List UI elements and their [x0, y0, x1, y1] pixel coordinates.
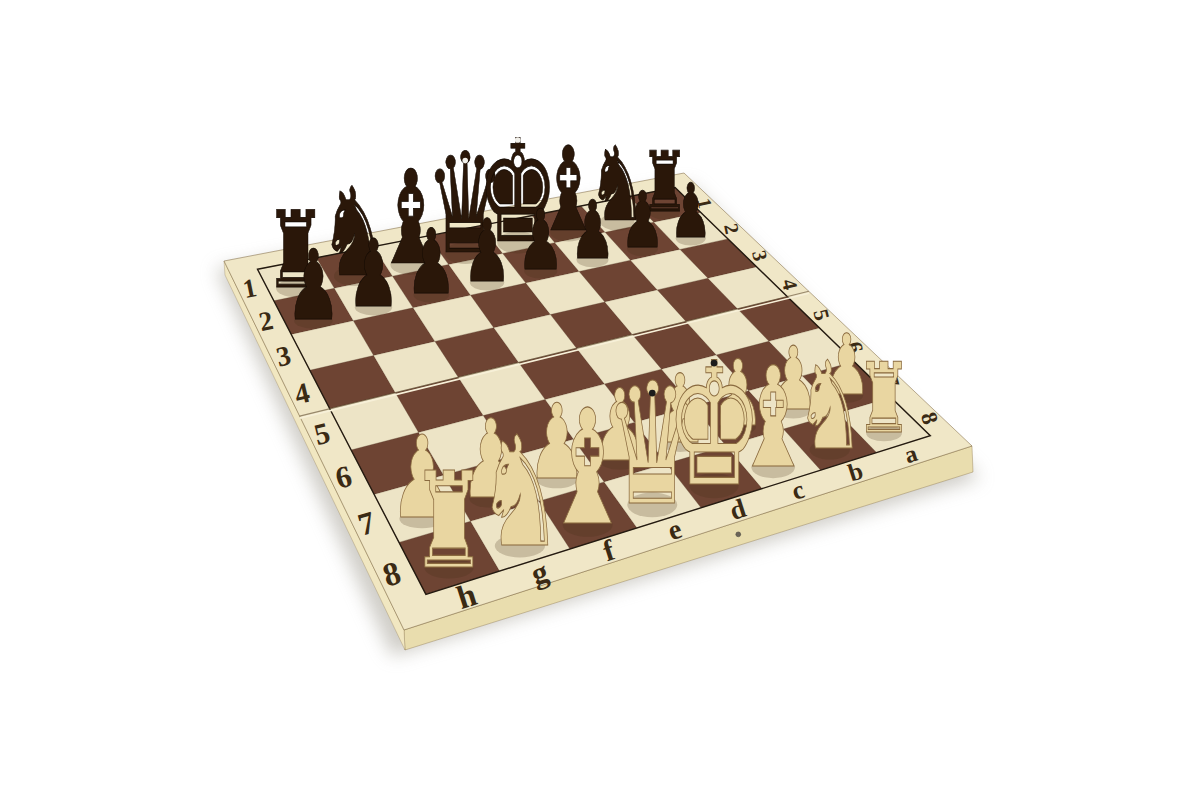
clasp-pin — [736, 532, 741, 537]
piece-dark-pawn-c2: ♟ — [569, 183, 615, 277]
piece-dark-pawn-b2: ♟ — [620, 175, 665, 266]
piece-light-knight-b8: ♞ — [795, 335, 865, 477]
piece-dark-pawn-f2: ♟ — [405, 210, 457, 315]
piece-light-rook-a8: ♜ — [856, 341, 912, 454]
dark-finial-tip — [649, 390, 656, 397]
piece-dark-pawn-a2: ♟ — [669, 167, 712, 255]
piece-dark-pawn-e2: ♟ — [462, 200, 512, 301]
piece-dark-pawn-d2: ♟ — [517, 192, 565, 290]
piece-dark-pawn-h2: ♟ — [286, 228, 342, 341]
white-finial-tip — [462, 158, 468, 164]
white-finial-tip — [515, 137, 521, 143]
chess-set-photo-stage: 1234567812345678hgfedcba ♜♞♝♛♚♝♞♜♟♟♟♟♟♟♟… — [0, 0, 1200, 800]
chess-set-photo: 1234567812345678hgfedcba ♜♞♝♛♚♝♞♜♟♟♟♟♟♟♟… — [0, 0, 1200, 800]
piece-dark-pawn-g2: ♟ — [347, 219, 401, 327]
dark-finial-tip — [711, 360, 718, 367]
